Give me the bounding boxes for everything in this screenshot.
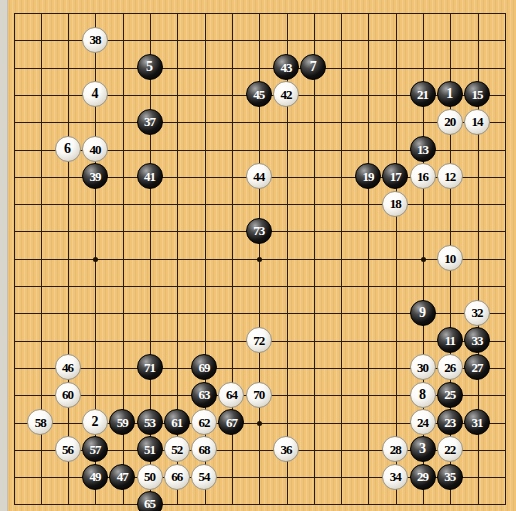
- stone-number: 60: [62, 388, 73, 401]
- stone-number: 19: [362, 169, 373, 182]
- stone-black-41: 41: [137, 163, 163, 189]
- stone-number: 62: [199, 415, 210, 428]
- stone-number: 26: [444, 360, 455, 373]
- stone-number: 72: [253, 333, 264, 346]
- stone-number: 36: [281, 442, 292, 455]
- stone-white-68: 68: [191, 436, 217, 462]
- stone-number: 23: [444, 415, 455, 428]
- stone-black-9: 9: [410, 300, 436, 326]
- stone-black-69: 69: [191, 354, 217, 380]
- stone-white-54: 54: [191, 464, 217, 490]
- stone-black-63: 63: [191, 382, 217, 408]
- stone-number: 66: [171, 470, 182, 483]
- stone-number: 67: [226, 415, 237, 428]
- stone-number: 25: [444, 388, 455, 401]
- stone-black-15: 15: [464, 81, 490, 107]
- stone-black-43: 43: [273, 54, 299, 80]
- stone-number: 20: [444, 115, 455, 128]
- stone-number: 16: [417, 169, 428, 182]
- stone-number: 32: [472, 306, 483, 319]
- stone-number: 18: [390, 197, 401, 210]
- window-edge: [0, 0, 8, 511]
- stone-number: 6: [64, 142, 71, 156]
- stone-white-22: 22: [437, 436, 463, 462]
- stone-black-7: 7: [300, 54, 326, 80]
- stone-white-4: 4: [82, 81, 108, 107]
- stone-number: 8: [419, 387, 426, 401]
- stone-number: 64: [226, 388, 237, 401]
- stone-white-50: 50: [137, 464, 163, 490]
- star-point: [257, 257, 262, 262]
- stone-number: 11: [445, 333, 455, 346]
- stone-number: 50: [144, 470, 155, 483]
- stone-number: 39: [89, 169, 100, 182]
- stone-number: 59: [117, 415, 128, 428]
- stone-number: 41: [144, 169, 155, 182]
- stone-number: 34: [390, 470, 401, 483]
- grid-line-horizontal: [14, 286, 506, 287]
- stone-number: 27: [472, 360, 483, 373]
- stone-black-65: 65: [137, 491, 163, 511]
- stone-number: 73: [253, 224, 264, 237]
- stone-black-3: 3: [410, 436, 436, 462]
- stone-black-17: 17: [382, 163, 408, 189]
- stone-white-46: 46: [55, 354, 81, 380]
- stone-number: 35: [444, 470, 455, 483]
- stone-white-38: 38: [82, 27, 108, 53]
- stone-number: 45: [253, 87, 264, 100]
- stone-black-25: 25: [437, 382, 463, 408]
- grid-line-horizontal: [14, 504, 506, 505]
- stone-white-8: 8: [410, 382, 436, 408]
- stone-black-59: 59: [109, 409, 135, 435]
- stone-number: 71: [144, 360, 155, 373]
- stone-black-23: 23: [437, 409, 463, 435]
- stone-black-61: 61: [164, 409, 190, 435]
- stone-white-14: 14: [464, 109, 490, 135]
- stone-number: 44: [253, 169, 264, 182]
- stone-white-16: 16: [410, 163, 436, 189]
- star-point: [93, 257, 98, 262]
- stone-number: 15: [472, 87, 483, 100]
- stone-black-37: 37: [137, 109, 163, 135]
- stone-white-28: 28: [382, 436, 408, 462]
- stone-white-64: 64: [218, 382, 244, 408]
- kifu-diagram-screen: 1234567891011121314151617181920212223242…: [0, 0, 516, 511]
- stone-white-20: 20: [437, 109, 463, 135]
- stone-number: 70: [253, 388, 264, 401]
- stone-white-6: 6: [55, 136, 81, 162]
- stone-number: 52: [171, 442, 182, 455]
- stone-number: 61: [171, 415, 182, 428]
- stone-black-5: 5: [137, 54, 163, 80]
- stone-number: 22: [444, 442, 455, 455]
- stone-white-30: 30: [410, 354, 436, 380]
- stone-white-2: 2: [82, 409, 108, 435]
- stone-white-34: 34: [382, 464, 408, 490]
- go-board[interactable]: 1234567891011121314151617181920212223242…: [0, 0, 516, 511]
- stone-number: 46: [62, 360, 73, 373]
- stone-number: 49: [89, 470, 100, 483]
- stone-number: 7: [310, 60, 317, 74]
- stone-white-32: 32: [464, 300, 490, 326]
- stone-number: 51: [144, 442, 155, 455]
- stone-number: 28: [390, 442, 401, 455]
- stone-white-10: 10: [437, 245, 463, 271]
- stone-white-24: 24: [410, 409, 436, 435]
- grid-line-vertical: [505, 13, 506, 505]
- grid-line-vertical: [341, 13, 342, 505]
- stone-number: 14: [472, 115, 483, 128]
- stone-number: 33: [472, 333, 483, 346]
- stone-number: 1: [446, 87, 453, 101]
- stone-number: 38: [89, 33, 100, 46]
- stone-black-27: 27: [464, 354, 490, 380]
- stone-white-52: 52: [164, 436, 190, 462]
- star-point: [257, 421, 262, 426]
- stone-black-57: 57: [82, 436, 108, 462]
- stone-black-73: 73: [246, 218, 272, 244]
- stone-number: 37: [144, 115, 155, 128]
- stone-white-62: 62: [191, 409, 217, 435]
- stone-number: 4: [91, 87, 98, 101]
- stone-white-18: 18: [382, 191, 408, 217]
- stone-number: 21: [417, 87, 428, 100]
- stone-black-67: 67: [218, 409, 244, 435]
- grid-line-vertical: [314, 13, 315, 505]
- stone-number: 57: [89, 442, 100, 455]
- stone-white-60: 60: [55, 382, 81, 408]
- stone-number: 13: [417, 142, 428, 155]
- stone-number: 58: [35, 415, 46, 428]
- stone-number: 53: [144, 415, 155, 428]
- stone-number: 56: [62, 442, 73, 455]
- stone-number: 31: [472, 415, 483, 428]
- stone-number: 10: [444, 251, 455, 264]
- stone-number: 17: [390, 169, 401, 182]
- stone-black-39: 39: [82, 163, 108, 189]
- stone-white-70: 70: [246, 382, 272, 408]
- stone-black-13: 13: [410, 136, 436, 162]
- stone-number: 54: [199, 470, 210, 483]
- stone-black-31: 31: [464, 409, 490, 435]
- stone-black-51: 51: [137, 436, 163, 462]
- stone-black-11: 11: [437, 327, 463, 353]
- stone-number: 69: [199, 360, 210, 373]
- stone-number: 47: [117, 470, 128, 483]
- stone-black-1: 1: [437, 81, 463, 107]
- stone-number: 40: [89, 142, 100, 155]
- stone-white-12: 12: [437, 163, 463, 189]
- stone-black-53: 53: [137, 409, 163, 435]
- stone-white-36: 36: [273, 436, 299, 462]
- stone-black-33: 33: [464, 327, 490, 353]
- stone-number: 2: [91, 415, 98, 429]
- stone-number: 42: [281, 87, 292, 100]
- stone-number: 24: [417, 415, 428, 428]
- stone-white-66: 66: [164, 464, 190, 490]
- stone-black-45: 45: [246, 81, 272, 107]
- stone-white-58: 58: [27, 409, 53, 435]
- stone-white-56: 56: [55, 436, 81, 462]
- stone-black-47: 47: [109, 464, 135, 490]
- stone-white-44: 44: [246, 163, 272, 189]
- grid-line-vertical: [396, 13, 397, 505]
- stone-number: 3: [419, 442, 426, 456]
- stone-number: 65: [144, 497, 155, 510]
- stone-black-21: 21: [410, 81, 436, 107]
- stone-number: 29: [417, 470, 428, 483]
- stone-number: 30: [417, 360, 428, 373]
- star-point: [421, 257, 426, 262]
- stone-number: 63: [199, 388, 210, 401]
- stone-number: 5: [146, 60, 153, 74]
- stone-white-42: 42: [273, 81, 299, 107]
- stone-white-40: 40: [82, 136, 108, 162]
- stone-black-49: 49: [82, 464, 108, 490]
- stone-white-72: 72: [246, 327, 272, 353]
- stone-black-29: 29: [410, 464, 436, 490]
- stone-black-71: 71: [137, 354, 163, 380]
- stone-white-26: 26: [437, 354, 463, 380]
- stone-number: 12: [444, 169, 455, 182]
- stone-black-35: 35: [437, 464, 463, 490]
- stone-number: 43: [281, 60, 292, 73]
- grid-line-vertical: [368, 13, 369, 505]
- stone-number: 9: [419, 305, 426, 319]
- stone-black-19: 19: [355, 163, 381, 189]
- stone-number: 68: [199, 442, 210, 455]
